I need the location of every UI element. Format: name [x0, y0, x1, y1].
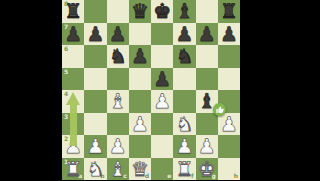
square-c3[interactable]: [107, 113, 129, 136]
square-b8[interactable]: [84, 0, 106, 23]
black-pawn-g7[interactable]: ♟: [198, 24, 216, 44]
square-d3[interactable]: ♟: [129, 113, 151, 136]
coord-rank-6: 6: [64, 46, 68, 52]
black-pawn-h7[interactable]: ♟: [220, 24, 238, 44]
square-f7[interactable]: ♟: [173, 23, 195, 46]
square-h5[interactable]: [218, 68, 240, 91]
white-knight-b1[interactable]: ♞: [86, 159, 104, 179]
square-h7[interactable]: ♟: [218, 23, 240, 46]
square-g8[interactable]: [196, 0, 218, 23]
square-c7[interactable]: ♟: [107, 23, 129, 46]
square-h2[interactable]: [218, 135, 240, 158]
white-rook-f1[interactable]: ♜: [175, 159, 193, 179]
square-b3[interactable]: [84, 113, 106, 136]
square-c4[interactable]: ♝: [107, 90, 129, 113]
coord-file-h: h: [234, 173, 238, 179]
white-queen-d1[interactable]: ♛: [131, 159, 149, 179]
square-e2[interactable]: [151, 135, 173, 158]
black-knight-c6[interactable]: ♞: [109, 46, 127, 66]
square-f8[interactable]: ♝: [173, 0, 195, 23]
white-pawn-c2[interactable]: ♟: [109, 136, 127, 156]
square-a2[interactable]: 2♟: [62, 135, 84, 158]
square-d5[interactable]: [129, 68, 151, 91]
square-c5[interactable]: [107, 68, 129, 91]
square-d2[interactable]: [129, 135, 151, 158]
square-b2[interactable]: ♟: [84, 135, 106, 158]
square-a6[interactable]: 6: [62, 45, 84, 68]
square-b6[interactable]: [84, 45, 106, 68]
black-queen-d8[interactable]: ♛: [131, 1, 149, 21]
square-d7[interactable]: [129, 23, 151, 46]
square-d6[interactable]: ♟: [129, 45, 151, 68]
letterbox-left: [0, 0, 62, 180]
white-pawn-f2[interactable]: ♟: [175, 136, 193, 156]
square-b7[interactable]: ♟: [84, 23, 106, 46]
square-g1[interactable]: g♚: [196, 158, 218, 181]
square-c6[interactable]: ♞: [107, 45, 129, 68]
square-g4[interactable]: ♝: [196, 90, 218, 113]
square-e3[interactable]: [151, 113, 173, 136]
white-knight-f3[interactable]: ♞: [175, 114, 193, 134]
white-rook-a1[interactable]: ♜: [64, 159, 82, 179]
square-h1[interactable]: h: [218, 158, 240, 181]
square-b5[interactable]: [84, 68, 106, 91]
square-g2[interactable]: ♟: [196, 135, 218, 158]
coord-file-e: e: [167, 173, 171, 179]
black-knight-f6[interactable]: ♞: [175, 46, 193, 66]
white-pawn-b2[interactable]: ♟: [86, 136, 104, 156]
black-pawn-b7[interactable]: ♟: [86, 24, 104, 44]
square-f4[interactable]: [173, 90, 195, 113]
square-g3[interactable]: [196, 113, 218, 136]
square-e6[interactable]: [151, 45, 173, 68]
square-e1[interactable]: e: [151, 158, 173, 181]
square-f5[interactable]: [173, 68, 195, 91]
white-bishop-c1[interactable]: ♝: [109, 159, 127, 179]
black-rook-a8[interactable]: ♜: [64, 1, 82, 21]
coord-rank-4: 4: [64, 91, 68, 97]
square-h3[interactable]: ♟: [218, 113, 240, 136]
square-e4[interactable]: ♟: [151, 90, 173, 113]
square-c8[interactable]: [107, 0, 129, 23]
white-pawn-a2[interactable]: ♟: [64, 136, 82, 156]
square-e7[interactable]: [151, 23, 173, 46]
letterbox-right: [240, 0, 320, 180]
coord-rank-3: 3: [64, 114, 68, 120]
square-a7[interactable]: 7♟: [62, 23, 84, 46]
white-pawn-e4[interactable]: ♟: [153, 91, 171, 111]
square-b4[interactable]: [84, 90, 106, 113]
chess-board[interactable]: 8♜♛♚♝♜7♟♟♟♟♟♟6♞♟♞5♟4♝♟♝3♟♞♟2♟♟♟♟♟1a♜b♞c♝…: [62, 0, 240, 180]
square-f2[interactable]: ♟: [173, 135, 195, 158]
square-a3[interactable]: 3: [62, 113, 84, 136]
square-h8[interactable]: ♜: [218, 0, 240, 23]
white-pawn-h3[interactable]: ♟: [220, 114, 238, 134]
square-d1[interactable]: d♛: [129, 158, 151, 181]
square-a4[interactable]: 4: [62, 90, 84, 113]
black-rook-h8[interactable]: ♜: [220, 1, 238, 21]
square-b1[interactable]: b♞: [84, 158, 106, 181]
black-pawn-e5[interactable]: ♟: [153, 69, 171, 89]
chess-app-screenshot: 8♜♛♚♝♜7♟♟♟♟♟♟6♞♟♞5♟4♝♟♝3♟♞♟2♟♟♟♟♟1a♜b♞c♝…: [0, 0, 320, 180]
square-c1[interactable]: c♝: [107, 158, 129, 181]
square-a8[interactable]: 8♜: [62, 0, 84, 23]
square-g7[interactable]: ♟: [196, 23, 218, 46]
coord-rank-5: 5: [64, 69, 68, 75]
white-pawn-d3[interactable]: ♟: [131, 114, 149, 134]
square-f6[interactable]: ♞: [173, 45, 195, 68]
square-h6[interactable]: [218, 45, 240, 68]
black-pawn-f7[interactable]: ♟: [175, 24, 193, 44]
square-e5[interactable]: ♟: [151, 68, 173, 91]
black-pawn-c7[interactable]: ♟: [109, 24, 127, 44]
square-d4[interactable]: [129, 90, 151, 113]
black-king-e8[interactable]: ♚: [153, 1, 171, 21]
square-a1[interactable]: 1a♜: [62, 158, 84, 181]
square-c2[interactable]: ♟: [107, 135, 129, 158]
white-king-g1[interactable]: ♚: [198, 159, 216, 179]
white-bishop-c4[interactable]: ♝: [109, 91, 127, 111]
square-g6[interactable]: [196, 45, 218, 68]
black-bishop-g4[interactable]: ♝: [198, 91, 216, 111]
square-h4[interactable]: [218, 90, 240, 113]
square-a5[interactable]: 5: [62, 68, 84, 91]
board-area: 8♜♛♚♝♜7♟♟♟♟♟♟6♞♟♞5♟4♝♟♝3♟♞♟2♟♟♟♟♟1a♜b♞c♝…: [62, 0, 240, 180]
square-f1[interactable]: f♜: [173, 158, 195, 181]
square-f3[interactable]: ♞: [173, 113, 195, 136]
black-pawn-a7[interactable]: ♟: [64, 24, 82, 44]
white-pawn-g2[interactable]: ♟: [198, 136, 216, 156]
black-pawn-d6[interactable]: ♟: [131, 46, 149, 66]
square-e8[interactable]: ♚: [151, 0, 173, 23]
square-d8[interactable]: ♛: [129, 0, 151, 23]
black-bishop-f8[interactable]: ♝: [175, 1, 193, 21]
square-g5[interactable]: [196, 68, 218, 91]
